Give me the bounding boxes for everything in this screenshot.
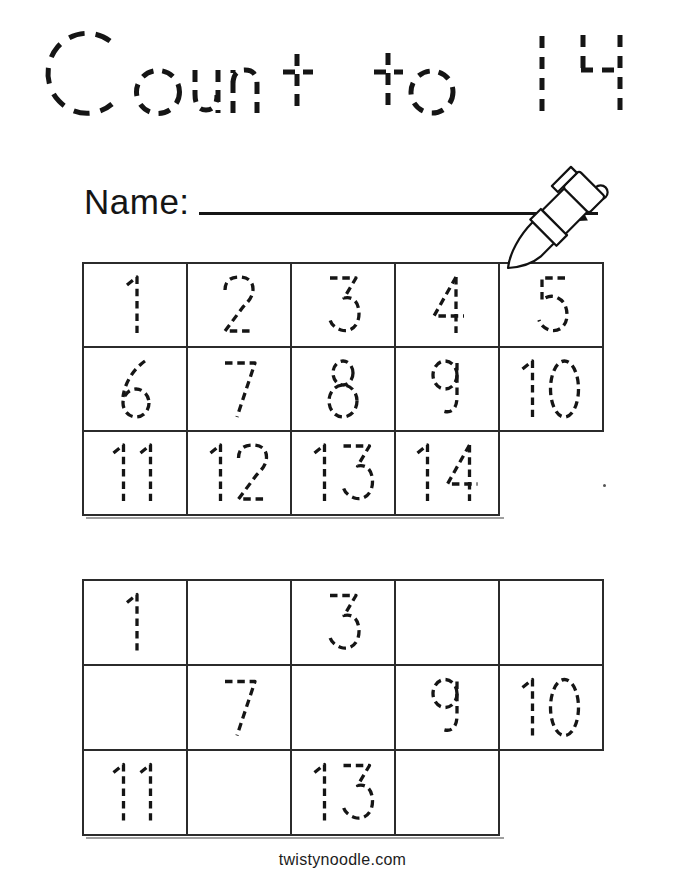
title-letter-t2 <box>374 53 403 113</box>
grid-cell <box>83 263 187 347</box>
grid-cell <box>83 580 187 665</box>
grid-cell <box>83 750 187 835</box>
grid-cell <box>291 580 395 665</box>
grid-cell <box>187 431 291 515</box>
stray-mark <box>603 484 606 487</box>
grid-cell <box>291 431 395 515</box>
grid-cell <box>83 431 187 515</box>
count-grid-full <box>81 261 605 521</box>
grid-cell <box>291 665 395 750</box>
site-credit: twistynoodle.com <box>0 851 685 869</box>
name-label: Name: <box>84 182 190 222</box>
title-letter-u <box>195 70 218 113</box>
grid-cell <box>187 580 291 665</box>
grid-cell <box>187 665 291 750</box>
grid-cell <box>395 750 499 835</box>
title-letter-o2 <box>411 71 453 113</box>
grid-cell <box>291 750 395 835</box>
grid-cell <box>291 263 395 347</box>
title-letter-t <box>283 54 313 114</box>
pen-illustration <box>470 160 620 280</box>
grid-cell <box>395 431 499 515</box>
grid-cell <box>395 580 499 665</box>
grid-cell <box>499 580 603 665</box>
grid-cell <box>187 750 291 835</box>
title-letter-n <box>233 70 257 113</box>
title-letter-C <box>48 33 112 113</box>
grid-cell <box>187 263 291 347</box>
grid-cell <box>83 665 187 750</box>
title-digit-4 <box>581 35 622 110</box>
page-title <box>0 0 685 150</box>
count-grid-practice <box>81 578 605 841</box>
worksheet-page: Name: twistynoodle.com <box>0 0 685 886</box>
grid-cell <box>187 347 291 431</box>
title-letter-o <box>137 71 180 114</box>
